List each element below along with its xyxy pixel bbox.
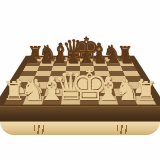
photo-scene: ♜♞♝♛♚♝♞♜♟♟♟♟♟♟♟♟♟♟♟♟♟♟♟♟♜♞♝♛♚♝♞♜ [0,0,160,160]
square-e3 [80,82,97,89]
square-d2 [62,89,80,96]
square-d3 [63,82,80,89]
square-e2 [80,89,98,96]
board-box-side [0,121,160,135]
square-h2 [130,89,151,96]
hinge-mark-right [117,125,127,134]
square-h1 [134,96,157,104]
hinge-mark-left [34,125,44,134]
square-c3 [46,82,64,89]
chess-board-frame [0,56,160,109]
square-d1 [61,96,80,104]
square-f3 [96,82,114,89]
square-e1 [80,96,99,104]
board-box-edge [0,106,160,122]
chess-board [4,57,156,104]
square-h3 [128,82,148,89]
square-c2 [44,89,63,96]
square-c1 [42,96,62,104]
square-f2 [97,89,116,96]
